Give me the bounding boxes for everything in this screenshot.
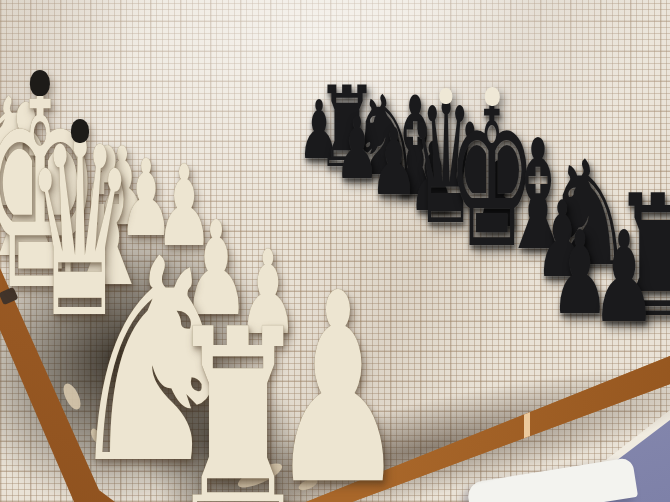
contrasting-finial — [71, 119, 89, 142]
rook-glyph: ♜ — [166, 295, 311, 502]
white-rook: ♜ — [121, 295, 354, 502]
contrasting-finial — [485, 87, 500, 106]
black-pawn: ♟ — [568, 215, 670, 341]
pawn-glyph: ♟ — [591, 215, 657, 341]
chess-photo-scene: ♟♜♟♞♟♝♟♛♟♚♝♟♞♟♜♟♞♝♚♟♟♟♝♛♟♟♞♟♜ — [0, 0, 670, 502]
